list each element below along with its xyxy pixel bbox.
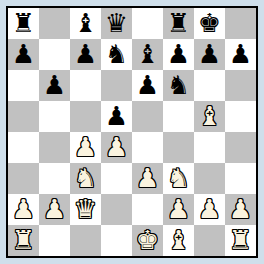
- piece-black-bishop: ♝: [74, 10, 97, 36]
- square-a2[interactable]: ♟: [8, 194, 39, 225]
- square-a6[interactable]: [8, 70, 39, 101]
- square-b2[interactable]: ♟: [39, 194, 70, 225]
- square-e7[interactable]: ♝: [132, 39, 163, 70]
- board-frame: ♜♝♛♜♚♟♟♞♝♟♟♟♟♟♞♟♝♟♟♞♟♞♟♟♛♟♟♟♜♚♝♜: [0, 0, 264, 264]
- piece-white-queen: ♛: [74, 196, 97, 222]
- square-e8[interactable]: [132, 8, 163, 39]
- piece-black-rook: ♜: [12, 10, 35, 36]
- square-f2[interactable]: ♟: [163, 194, 194, 225]
- piece-black-knight: ♞: [167, 72, 190, 98]
- square-c7[interactable]: ♟: [70, 39, 101, 70]
- square-e6[interactable]: ♟: [132, 70, 163, 101]
- square-c6[interactable]: [70, 70, 101, 101]
- square-e3[interactable]: ♟: [132, 163, 163, 194]
- piece-black-pawn: ♟: [198, 41, 221, 67]
- square-e4[interactable]: [132, 132, 163, 163]
- square-d2[interactable]: [101, 194, 132, 225]
- piece-black-pawn: ♟: [105, 103, 128, 129]
- piece-white-pawn: ♟: [43, 196, 66, 222]
- piece-white-knight: ♞: [74, 165, 97, 191]
- square-h2[interactable]: ♟: [225, 194, 256, 225]
- square-a3[interactable]: [8, 163, 39, 194]
- square-b8[interactable]: [39, 8, 70, 39]
- square-d3[interactable]: [101, 163, 132, 194]
- square-g1[interactable]: [194, 225, 225, 256]
- piece-white-rook: ♜: [229, 227, 252, 253]
- square-d1[interactable]: [101, 225, 132, 256]
- square-d6[interactable]: [101, 70, 132, 101]
- piece-black-pawn: ♟: [229, 41, 252, 67]
- square-a5[interactable]: [8, 101, 39, 132]
- square-c5[interactable]: [70, 101, 101, 132]
- square-b1[interactable]: [39, 225, 70, 256]
- piece-white-rook: ♜: [12, 227, 35, 253]
- square-c4[interactable]: ♟: [70, 132, 101, 163]
- square-g6[interactable]: [194, 70, 225, 101]
- square-e2[interactable]: [132, 194, 163, 225]
- square-c1[interactable]: [70, 225, 101, 256]
- piece-white-bishop: ♝: [167, 227, 190, 253]
- piece-black-pawn: ♟: [136, 72, 159, 98]
- square-g5[interactable]: ♝: [194, 101, 225, 132]
- piece-white-knight: ♞: [167, 165, 190, 191]
- piece-white-pawn: ♟: [74, 134, 97, 160]
- square-a8[interactable]: ♜: [8, 8, 39, 39]
- square-c2[interactable]: ♛: [70, 194, 101, 225]
- square-g8[interactable]: ♚: [194, 8, 225, 39]
- square-d7[interactable]: ♞: [101, 39, 132, 70]
- square-g2[interactable]: ♟: [194, 194, 225, 225]
- piece-black-pawn: ♟: [167, 41, 190, 67]
- piece-black-knight: ♞: [105, 41, 128, 67]
- square-g3[interactable]: [194, 163, 225, 194]
- square-b6[interactable]: ♟: [39, 70, 70, 101]
- piece-white-king: ♚: [136, 227, 159, 253]
- square-e5[interactable]: [132, 101, 163, 132]
- square-h8[interactable]: [225, 8, 256, 39]
- piece-white-pawn: ♟: [167, 196, 190, 222]
- square-h1[interactable]: ♜: [225, 225, 256, 256]
- piece-black-bishop: ♝: [136, 41, 159, 67]
- square-f7[interactable]: ♟: [163, 39, 194, 70]
- piece-white-pawn: ♟: [136, 165, 159, 191]
- chess-board: ♜♝♛♜♚♟♟♞♝♟♟♟♟♟♞♟♝♟♟♞♟♞♟♟♛♟♟♟♜♚♝♜: [6, 6, 258, 258]
- square-b3[interactable]: [39, 163, 70, 194]
- piece-black-rook: ♜: [167, 10, 190, 36]
- square-g4[interactable]: [194, 132, 225, 163]
- piece-black-pawn: ♟: [12, 41, 35, 67]
- square-h7[interactable]: ♟: [225, 39, 256, 70]
- square-h5[interactable]: [225, 101, 256, 132]
- square-d8[interactable]: ♛: [101, 8, 132, 39]
- piece-white-pawn: ♟: [12, 196, 35, 222]
- square-c3[interactable]: ♞: [70, 163, 101, 194]
- square-f8[interactable]: ♜: [163, 8, 194, 39]
- square-h3[interactable]: [225, 163, 256, 194]
- piece-black-pawn: ♟: [43, 72, 66, 98]
- square-f6[interactable]: ♞: [163, 70, 194, 101]
- square-g7[interactable]: ♟: [194, 39, 225, 70]
- square-h6[interactable]: [225, 70, 256, 101]
- piece-white-bishop: ♝: [198, 103, 221, 129]
- piece-black-king: ♚: [198, 10, 221, 36]
- square-f3[interactable]: ♞: [163, 163, 194, 194]
- piece-white-pawn: ♟: [229, 196, 252, 222]
- square-c8[interactable]: ♝: [70, 8, 101, 39]
- square-d4[interactable]: ♟: [101, 132, 132, 163]
- square-f1[interactable]: ♝: [163, 225, 194, 256]
- square-f4[interactable]: [163, 132, 194, 163]
- square-b4[interactable]: [39, 132, 70, 163]
- piece-white-pawn: ♟: [198, 196, 221, 222]
- square-a7[interactable]: ♟: [8, 39, 39, 70]
- square-a1[interactable]: ♜: [8, 225, 39, 256]
- square-a4[interactable]: [8, 132, 39, 163]
- square-b7[interactable]: [39, 39, 70, 70]
- square-f5[interactable]: [163, 101, 194, 132]
- piece-black-pawn: ♟: [74, 41, 97, 67]
- square-h4[interactable]: [225, 132, 256, 163]
- piece-black-queen: ♛: [105, 10, 128, 36]
- square-b5[interactable]: [39, 101, 70, 132]
- piece-white-pawn: ♟: [105, 134, 128, 160]
- square-e1[interactable]: ♚: [132, 225, 163, 256]
- square-d5[interactable]: ♟: [101, 101, 132, 132]
